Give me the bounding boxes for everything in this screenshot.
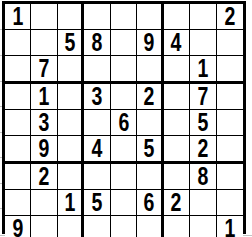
cell-r6c5[interactable] [111,136,137,164]
cell-r2c7[interactable]: 4 [164,30,190,56]
cell-r9c8[interactable] [190,216,216,237]
cell-r4c8[interactable]: 7 [190,84,216,110]
cell-r7c3[interactable] [58,164,84,190]
cell-r1c3[interactable] [58,4,84,30]
cell-r2c5[interactable] [111,30,137,56]
cell-r4c4[interactable]: 3 [84,84,110,110]
cell-r7c7[interactable] [164,164,190,190]
cell-r5c7[interactable] [164,110,190,136]
cell-r3c2[interactable]: 7 [31,56,57,84]
given-digit: 2 [224,4,235,29]
given-digit: 9 [12,216,23,237]
cell-r5c5[interactable]: 6 [111,110,137,136]
cell-r3c4[interactable] [84,56,110,84]
given-digit: 1 [39,84,50,109]
cell-r9c7[interactable] [164,216,190,237]
given-digit: 1 [224,216,235,237]
cell-r1c4[interactable] [84,4,110,30]
given-digit: 2 [39,164,50,189]
cell-r8c5[interactable] [111,190,137,216]
cell-r5c8[interactable]: 5 [190,110,216,136]
cell-r1c2[interactable] [31,4,57,30]
given-digit: 4 [92,136,103,161]
given-digit: 9 [144,30,155,55]
given-digit: 5 [197,110,208,135]
cell-r8c9[interactable] [217,190,243,216]
cell-r7c5[interactable] [111,164,137,190]
given-digit: 2 [197,136,208,161]
given-digit: 5 [92,190,103,215]
cell-r9c2[interactable] [31,216,57,237]
cell-r9c9[interactable]: 1 [217,216,243,237]
cell-r8c4[interactable]: 5 [84,190,110,216]
cell-r8c1[interactable] [5,190,31,216]
cell-r2c4[interactable]: 8 [84,30,110,56]
cell-r5c2[interactable]: 3 [31,110,57,136]
cell-r4c1[interactable] [5,84,31,110]
cell-r8c3[interactable]: 1 [58,190,84,216]
given-digit: 3 [39,110,50,135]
cell-r3c3[interactable] [58,56,84,84]
cell-r2c6[interactable]: 9 [137,30,163,56]
cell-r7c6[interactable] [137,164,163,190]
given-digit: 8 [92,30,103,55]
cell-r3c7[interactable] [164,56,190,84]
cell-r5c3[interactable] [58,110,84,136]
cell-r6c9[interactable] [217,136,243,164]
cell-r6c2[interactable]: 9 [31,136,57,164]
sudoku-board: 125894711327365945228156291 [2,1,246,234]
cell-r7c8[interactable]: 8 [190,164,216,190]
given-digit: 1 [64,190,75,215]
cell-r5c9[interactable] [217,110,243,136]
given-digit: 8 [197,164,208,189]
cell-r3c6[interactable] [137,56,163,84]
cell-r7c2[interactable]: 2 [31,164,57,190]
given-digit: 7 [39,56,50,81]
given-digit: 2 [171,190,182,215]
cell-r6c4[interactable]: 4 [84,136,110,164]
cell-r1c7[interactable] [164,4,190,30]
cell-r5c1[interactable] [5,110,31,136]
cell-r4c3[interactable] [58,84,84,110]
cell-r6c3[interactable] [58,136,84,164]
cell-r3c8[interactable]: 1 [190,56,216,84]
cell-r8c8[interactable] [190,190,216,216]
cell-r2c9[interactable] [217,30,243,56]
cell-r1c5[interactable] [111,4,137,30]
cell-r9c1[interactable]: 9 [5,216,31,237]
cell-r6c8[interactable]: 2 [190,136,216,164]
cell-r3c5[interactable] [111,56,137,84]
cell-r1c1[interactable]: 1 [5,4,31,30]
cell-r2c1[interactable] [5,30,31,56]
given-digit: 6 [144,190,155,215]
given-digit: 1 [12,4,23,29]
cell-r1c6[interactable] [137,4,163,30]
cell-r2c3[interactable]: 5 [58,30,84,56]
cell-r4c5[interactable] [111,84,137,110]
cell-r7c1[interactable] [5,164,31,190]
cell-r6c1[interactable] [5,136,31,164]
cell-r4c7[interactable] [164,84,190,110]
cell-r9c4[interactable] [84,216,110,237]
cell-r5c4[interactable] [84,110,110,136]
cell-r5c6[interactable] [137,110,163,136]
cell-r8c7[interactable]: 2 [164,190,190,216]
cell-r3c1[interactable] [5,56,31,84]
cell-r6c6[interactable]: 5 [137,136,163,164]
cell-r2c8[interactable] [190,30,216,56]
cell-r8c6[interactable]: 6 [137,190,163,216]
cell-r9c5[interactable] [111,216,137,237]
given-digit: 2 [144,84,155,109]
given-digit: 5 [144,136,155,161]
cell-r3c9[interactable] [217,56,243,84]
cell-r1c9[interactable]: 2 [217,4,243,30]
cell-r4c9[interactable] [217,84,243,110]
cell-r1c8[interactable] [190,4,216,30]
cell-r7c4[interactable] [84,164,110,190]
cell-r7c9[interactable] [217,164,243,190]
given-digit: 4 [171,30,182,55]
cell-r6c7[interactable] [164,136,190,164]
cell-r4c2[interactable]: 1 [31,84,57,110]
cell-r2c2[interactable] [31,30,57,56]
given-digit: 3 [92,84,103,109]
given-digit: 5 [64,30,75,55]
given-digit: 9 [39,136,50,161]
cell-r8c2[interactable] [31,190,57,216]
given-digit: 1 [197,56,208,81]
given-digit: 6 [118,110,129,135]
cell-r9c3[interactable] [58,216,84,237]
given-digit: 7 [197,84,208,109]
sudoku-screenshot: 125894711327365945228156291 [0,0,252,237]
cell-r9c6[interactable] [137,216,163,237]
cell-r4c6[interactable]: 2 [137,84,163,110]
